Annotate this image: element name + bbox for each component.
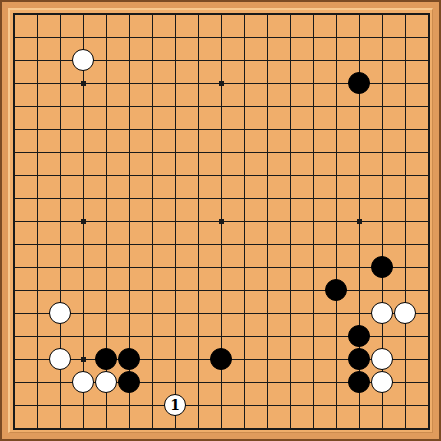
intersection[interactable] xyxy=(417,118,440,141)
intersection[interactable] xyxy=(72,95,95,118)
intersection[interactable] xyxy=(210,72,233,95)
intersection[interactable] xyxy=(95,3,118,26)
intersection[interactable] xyxy=(348,325,371,348)
intersection[interactable] xyxy=(394,3,417,26)
intersection[interactable] xyxy=(417,256,440,279)
intersection[interactable] xyxy=(417,302,440,325)
intersection[interactable] xyxy=(3,141,26,164)
intersection[interactable] xyxy=(371,72,394,95)
intersection[interactable] xyxy=(394,325,417,348)
intersection[interactable] xyxy=(187,348,210,371)
intersection[interactable] xyxy=(26,394,49,417)
intersection[interactable] xyxy=(371,187,394,210)
intersection[interactable] xyxy=(164,49,187,72)
intersection[interactable] xyxy=(210,49,233,72)
intersection[interactable] xyxy=(3,233,26,256)
intersection[interactable] xyxy=(164,72,187,95)
intersection[interactable] xyxy=(210,233,233,256)
intersection[interactable] xyxy=(187,26,210,49)
intersection[interactable] xyxy=(256,302,279,325)
intersection[interactable] xyxy=(233,256,256,279)
intersection[interactable] xyxy=(348,187,371,210)
intersection[interactable] xyxy=(72,118,95,141)
intersection[interactable] xyxy=(348,371,371,394)
intersection[interactable] xyxy=(26,348,49,371)
intersection[interactable] xyxy=(256,325,279,348)
intersection[interactable] xyxy=(279,371,302,394)
intersection[interactable] xyxy=(394,233,417,256)
intersection[interactable] xyxy=(279,164,302,187)
intersection[interactable] xyxy=(26,417,49,440)
intersection[interactable] xyxy=(187,279,210,302)
intersection[interactable] xyxy=(49,118,72,141)
intersection[interactable] xyxy=(371,26,394,49)
intersection[interactable] xyxy=(233,279,256,302)
intersection[interactable] xyxy=(95,279,118,302)
intersection[interactable] xyxy=(394,279,417,302)
intersection[interactable] xyxy=(164,371,187,394)
intersection[interactable] xyxy=(210,279,233,302)
intersection[interactable] xyxy=(302,417,325,440)
intersection[interactable] xyxy=(233,348,256,371)
intersection[interactable] xyxy=(302,256,325,279)
intersection[interactable] xyxy=(141,164,164,187)
intersection[interactable] xyxy=(371,141,394,164)
intersection[interactable] xyxy=(118,233,141,256)
intersection[interactable] xyxy=(3,417,26,440)
intersection[interactable] xyxy=(187,141,210,164)
intersection[interactable] xyxy=(3,95,26,118)
intersection[interactable] xyxy=(72,325,95,348)
intersection[interactable] xyxy=(279,394,302,417)
intersection[interactable] xyxy=(210,417,233,440)
intersection[interactable] xyxy=(233,164,256,187)
intersection[interactable] xyxy=(233,417,256,440)
intersection[interactable] xyxy=(187,256,210,279)
intersection[interactable] xyxy=(72,233,95,256)
intersection[interactable] xyxy=(210,187,233,210)
intersection[interactable] xyxy=(279,302,302,325)
intersection[interactable] xyxy=(210,371,233,394)
intersection[interactable] xyxy=(279,210,302,233)
intersection[interactable] xyxy=(118,164,141,187)
intersection[interactable] xyxy=(187,233,210,256)
intersection[interactable] xyxy=(141,371,164,394)
intersection[interactable] xyxy=(164,417,187,440)
intersection[interactable] xyxy=(417,371,440,394)
intersection[interactable] xyxy=(95,256,118,279)
intersection[interactable] xyxy=(325,256,348,279)
intersection[interactable]: 1 xyxy=(164,394,187,417)
intersection[interactable] xyxy=(325,371,348,394)
intersection[interactable] xyxy=(233,49,256,72)
intersection[interactable] xyxy=(26,210,49,233)
intersection[interactable] xyxy=(256,49,279,72)
intersection[interactable] xyxy=(210,3,233,26)
intersection[interactable] xyxy=(233,371,256,394)
intersection[interactable] xyxy=(302,164,325,187)
intersection[interactable] xyxy=(141,348,164,371)
intersection[interactable] xyxy=(417,72,440,95)
intersection[interactable] xyxy=(164,233,187,256)
intersection[interactable] xyxy=(348,302,371,325)
intersection[interactable] xyxy=(3,49,26,72)
intersection[interactable] xyxy=(49,141,72,164)
intersection[interactable] xyxy=(141,49,164,72)
intersection[interactable] xyxy=(187,72,210,95)
intersection[interactable] xyxy=(279,3,302,26)
intersection[interactable] xyxy=(394,394,417,417)
intersection[interactable] xyxy=(141,394,164,417)
intersection[interactable] xyxy=(279,256,302,279)
intersection[interactable] xyxy=(72,141,95,164)
intersection[interactable] xyxy=(3,164,26,187)
intersection[interactable] xyxy=(256,118,279,141)
intersection[interactable] xyxy=(325,26,348,49)
intersection[interactable] xyxy=(187,118,210,141)
intersection[interactable] xyxy=(233,26,256,49)
intersection[interactable] xyxy=(95,164,118,187)
intersection[interactable] xyxy=(95,233,118,256)
intersection[interactable] xyxy=(256,187,279,210)
intersection[interactable] xyxy=(279,417,302,440)
intersection[interactable] xyxy=(210,394,233,417)
intersection[interactable] xyxy=(394,72,417,95)
intersection[interactable] xyxy=(26,279,49,302)
intersection[interactable] xyxy=(118,279,141,302)
intersection[interactable] xyxy=(348,141,371,164)
intersection[interactable] xyxy=(279,49,302,72)
intersection[interactable] xyxy=(233,394,256,417)
intersection[interactable] xyxy=(417,3,440,26)
intersection[interactable] xyxy=(118,95,141,118)
intersection[interactable] xyxy=(394,256,417,279)
intersection[interactable] xyxy=(279,95,302,118)
intersection[interactable] xyxy=(141,118,164,141)
intersection[interactable] xyxy=(26,371,49,394)
intersection[interactable] xyxy=(187,49,210,72)
intersection[interactable] xyxy=(348,49,371,72)
intersection[interactable] xyxy=(187,325,210,348)
intersection[interactable] xyxy=(394,302,417,325)
intersection[interactable] xyxy=(325,118,348,141)
intersection[interactable] xyxy=(348,256,371,279)
intersection[interactable] xyxy=(72,348,95,371)
intersection[interactable] xyxy=(164,325,187,348)
intersection[interactable] xyxy=(95,210,118,233)
intersection[interactable] xyxy=(233,95,256,118)
intersection[interactable] xyxy=(49,49,72,72)
intersection[interactable] xyxy=(95,49,118,72)
intersection[interactable] xyxy=(141,26,164,49)
intersection[interactable] xyxy=(302,233,325,256)
intersection[interactable] xyxy=(72,187,95,210)
intersection[interactable] xyxy=(371,302,394,325)
intersection[interactable] xyxy=(72,3,95,26)
intersection[interactable] xyxy=(348,72,371,95)
intersection[interactable] xyxy=(233,118,256,141)
intersection[interactable] xyxy=(72,279,95,302)
intersection[interactable] xyxy=(26,49,49,72)
intersection[interactable] xyxy=(256,164,279,187)
intersection[interactable] xyxy=(187,187,210,210)
intersection[interactable] xyxy=(118,371,141,394)
intersection[interactable] xyxy=(371,279,394,302)
intersection[interactable] xyxy=(3,72,26,95)
intersection[interactable] xyxy=(256,141,279,164)
intersection[interactable] xyxy=(417,233,440,256)
intersection[interactable] xyxy=(371,210,394,233)
intersection[interactable] xyxy=(3,187,26,210)
intersection[interactable] xyxy=(325,210,348,233)
intersection[interactable] xyxy=(72,417,95,440)
intersection[interactable] xyxy=(325,187,348,210)
intersection[interactable] xyxy=(3,348,26,371)
intersection[interactable] xyxy=(302,302,325,325)
intersection[interactable] xyxy=(3,302,26,325)
intersection[interactable] xyxy=(279,118,302,141)
intersection[interactable] xyxy=(371,233,394,256)
intersection[interactable] xyxy=(348,210,371,233)
intersection[interactable] xyxy=(348,95,371,118)
intersection[interactable] xyxy=(279,279,302,302)
intersection[interactable] xyxy=(72,210,95,233)
intersection[interactable] xyxy=(210,26,233,49)
intersection[interactable] xyxy=(95,371,118,394)
intersection[interactable] xyxy=(26,95,49,118)
intersection[interactable] xyxy=(72,72,95,95)
intersection[interactable] xyxy=(325,279,348,302)
intersection[interactable] xyxy=(3,118,26,141)
intersection[interactable] xyxy=(233,210,256,233)
intersection[interactable] xyxy=(233,141,256,164)
intersection[interactable] xyxy=(210,348,233,371)
intersection[interactable] xyxy=(394,118,417,141)
intersection[interactable] xyxy=(325,417,348,440)
intersection[interactable] xyxy=(279,348,302,371)
intersection[interactable] xyxy=(3,26,26,49)
intersection[interactable] xyxy=(49,256,72,279)
intersection[interactable] xyxy=(233,302,256,325)
intersection[interactable] xyxy=(417,394,440,417)
intersection[interactable] xyxy=(256,72,279,95)
intersection[interactable] xyxy=(49,26,72,49)
intersection[interactable] xyxy=(417,95,440,118)
intersection[interactable] xyxy=(256,279,279,302)
intersection[interactable] xyxy=(187,95,210,118)
intersection[interactable] xyxy=(417,325,440,348)
intersection[interactable] xyxy=(118,417,141,440)
intersection[interactable] xyxy=(118,3,141,26)
intersection[interactable] xyxy=(164,210,187,233)
intersection[interactable] xyxy=(210,95,233,118)
intersection[interactable] xyxy=(95,325,118,348)
intersection[interactable] xyxy=(302,187,325,210)
intersection[interactable] xyxy=(118,49,141,72)
intersection[interactable] xyxy=(49,233,72,256)
intersection[interactable] xyxy=(394,164,417,187)
intersection[interactable] xyxy=(95,394,118,417)
intersection[interactable] xyxy=(164,26,187,49)
intersection[interactable] xyxy=(348,279,371,302)
intersection[interactable] xyxy=(26,3,49,26)
intersection[interactable] xyxy=(325,394,348,417)
intersection[interactable] xyxy=(417,49,440,72)
intersection[interactable] xyxy=(26,233,49,256)
intersection[interactable] xyxy=(95,187,118,210)
intersection[interactable] xyxy=(26,325,49,348)
intersection[interactable] xyxy=(26,187,49,210)
intersection[interactable] xyxy=(3,256,26,279)
intersection[interactable] xyxy=(164,256,187,279)
intersection[interactable] xyxy=(118,394,141,417)
intersection[interactable] xyxy=(279,26,302,49)
intersection[interactable] xyxy=(394,417,417,440)
intersection[interactable] xyxy=(26,26,49,49)
intersection[interactable] xyxy=(3,325,26,348)
intersection[interactable] xyxy=(118,187,141,210)
intersection[interactable] xyxy=(348,233,371,256)
intersection[interactable] xyxy=(95,95,118,118)
intersection[interactable] xyxy=(325,72,348,95)
intersection[interactable] xyxy=(164,302,187,325)
intersection[interactable] xyxy=(187,302,210,325)
intersection[interactable] xyxy=(302,95,325,118)
intersection[interactable] xyxy=(118,348,141,371)
intersection[interactable] xyxy=(141,72,164,95)
intersection[interactable] xyxy=(3,394,26,417)
intersection[interactable] xyxy=(95,348,118,371)
intersection[interactable] xyxy=(49,394,72,417)
intersection[interactable] xyxy=(371,417,394,440)
intersection[interactable] xyxy=(26,118,49,141)
intersection[interactable] xyxy=(118,118,141,141)
intersection[interactable] xyxy=(279,325,302,348)
intersection[interactable] xyxy=(118,72,141,95)
intersection[interactable] xyxy=(348,348,371,371)
intersection[interactable] xyxy=(3,3,26,26)
intersection[interactable] xyxy=(187,371,210,394)
intersection[interactable] xyxy=(164,164,187,187)
intersection[interactable] xyxy=(417,164,440,187)
intersection[interactable] xyxy=(95,26,118,49)
intersection[interactable] xyxy=(49,72,72,95)
intersection[interactable] xyxy=(325,325,348,348)
intersection[interactable] xyxy=(3,210,26,233)
intersection[interactable] xyxy=(256,371,279,394)
intersection[interactable] xyxy=(141,95,164,118)
intersection[interactable] xyxy=(164,3,187,26)
intersection[interactable] xyxy=(394,49,417,72)
intersection[interactable] xyxy=(256,233,279,256)
intersection[interactable] xyxy=(348,26,371,49)
intersection[interactable] xyxy=(164,187,187,210)
intersection[interactable] xyxy=(141,256,164,279)
intersection[interactable] xyxy=(49,164,72,187)
intersection[interactable] xyxy=(325,348,348,371)
intersection[interactable] xyxy=(325,3,348,26)
intersection[interactable] xyxy=(348,3,371,26)
intersection[interactable] xyxy=(49,279,72,302)
intersection[interactable] xyxy=(325,95,348,118)
intersection[interactable] xyxy=(371,256,394,279)
intersection[interactable] xyxy=(26,72,49,95)
intersection[interactable] xyxy=(210,302,233,325)
intersection[interactable] xyxy=(302,325,325,348)
intersection[interactable] xyxy=(49,348,72,371)
intersection[interactable] xyxy=(394,26,417,49)
intersection[interactable] xyxy=(417,141,440,164)
intersection[interactable] xyxy=(279,72,302,95)
intersection[interactable] xyxy=(325,233,348,256)
intersection[interactable] xyxy=(417,417,440,440)
intersection[interactable] xyxy=(141,3,164,26)
intersection[interactable] xyxy=(49,371,72,394)
intersection[interactable] xyxy=(118,141,141,164)
intersection[interactable] xyxy=(72,256,95,279)
intersection[interactable] xyxy=(72,26,95,49)
intersection[interactable] xyxy=(233,187,256,210)
intersection[interactable] xyxy=(302,49,325,72)
intersection[interactable] xyxy=(118,26,141,49)
intersection[interactable] xyxy=(256,348,279,371)
intersection[interactable] xyxy=(141,187,164,210)
intersection[interactable] xyxy=(164,279,187,302)
intersection[interactable] xyxy=(325,302,348,325)
intersection[interactable] xyxy=(394,371,417,394)
intersection[interactable] xyxy=(279,141,302,164)
intersection[interactable] xyxy=(210,210,233,233)
intersection[interactable] xyxy=(72,49,95,72)
intersection[interactable] xyxy=(187,3,210,26)
intersection[interactable] xyxy=(302,210,325,233)
intersection[interactable] xyxy=(164,95,187,118)
intersection[interactable] xyxy=(164,348,187,371)
intersection[interactable] xyxy=(210,164,233,187)
intersection[interactable] xyxy=(417,348,440,371)
intersection[interactable] xyxy=(302,394,325,417)
intersection[interactable] xyxy=(72,302,95,325)
intersection[interactable] xyxy=(210,256,233,279)
intersection[interactable] xyxy=(187,164,210,187)
intersection[interactable] xyxy=(279,187,302,210)
intersection[interactable] xyxy=(49,325,72,348)
intersection[interactable] xyxy=(256,210,279,233)
intersection[interactable] xyxy=(256,256,279,279)
intersection[interactable] xyxy=(371,371,394,394)
intersection[interactable] xyxy=(233,72,256,95)
intersection[interactable] xyxy=(118,302,141,325)
intersection[interactable] xyxy=(371,348,394,371)
intersection[interactable] xyxy=(210,325,233,348)
intersection[interactable] xyxy=(141,233,164,256)
intersection[interactable] xyxy=(164,141,187,164)
intersection[interactable] xyxy=(49,210,72,233)
intersection[interactable] xyxy=(256,417,279,440)
intersection[interactable] xyxy=(72,164,95,187)
intersection[interactable] xyxy=(371,95,394,118)
intersection[interactable] xyxy=(302,3,325,26)
intersection[interactable] xyxy=(233,325,256,348)
intersection[interactable] xyxy=(95,118,118,141)
intersection[interactable] xyxy=(3,279,26,302)
intersection[interactable] xyxy=(49,95,72,118)
intersection[interactable] xyxy=(394,187,417,210)
intersection[interactable] xyxy=(210,118,233,141)
intersection[interactable] xyxy=(348,417,371,440)
intersection[interactable] xyxy=(417,279,440,302)
intersection[interactable] xyxy=(187,394,210,417)
